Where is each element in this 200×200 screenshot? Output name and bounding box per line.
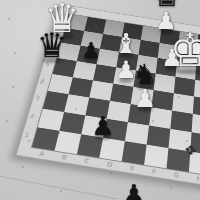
pieces-layer: ♚♟♛♝♛♟♟♚♟♞♟♟♟ xyxy=(0,0,200,200)
piece-white-king-h6[interactable]: ♚ xyxy=(167,27,200,73)
photo-frame: ABCDEFGH 87654321 ❖ ♚♟♛♝♛♟♟♚♟♞♟♟♟ xyxy=(0,0,200,200)
piece-black-pawn-d2[interactable]: ♟ xyxy=(90,113,116,139)
piece-white-pawn-f4[interactable]: ♟ xyxy=(133,86,158,111)
piece-black-pawn-offboard[interactable]: ♟ xyxy=(121,181,147,200)
piece-black-pawn-c5[interactable]: ♟ xyxy=(80,40,102,62)
piece-black-queen-a5[interactable]: ♛ xyxy=(35,28,69,62)
piece-white-bishop-f6[interactable]: ♝ xyxy=(113,30,140,57)
